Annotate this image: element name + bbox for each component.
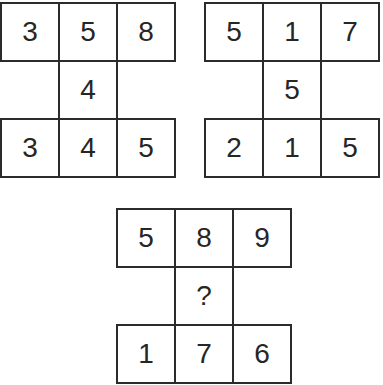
figure-2-top-cell-2: 1 <box>262 2 322 62</box>
figure-1-top-cell-3: 8 <box>116 2 176 62</box>
figure-3-bottom-cell-2: 7 <box>174 324 234 384</box>
figure-3-top-cell-1: 5 <box>116 208 176 268</box>
figure-2-bottom-cell-3: 5 <box>320 118 380 178</box>
figure-3: 5 8 9 ? 1 7 6 <box>116 208 292 384</box>
figure-2: 5 1 7 5 2 1 5 <box>204 2 380 178</box>
figure-1: 3 5 8 4 3 4 5 <box>0 2 176 178</box>
figure-3-bottom-cell-1: 1 <box>116 324 176 384</box>
figure-3-top-cell-2: 8 <box>174 208 234 268</box>
puzzle-board: 3 5 8 4 3 4 5 5 1 7 5 2 1 5 5 8 9 ? 1 7 … <box>0 0 383 385</box>
figure-2-bottom-cell-1: 2 <box>204 118 264 178</box>
figure-2-top-cell-1: 5 <box>204 2 264 62</box>
figure-2-top-cell-3: 7 <box>320 2 380 62</box>
figure-1-top-cell-2: 5 <box>58 2 118 62</box>
figure-3-question-cell: ? <box>174 266 234 326</box>
figure-3-bottom-cell-3: 6 <box>232 324 292 384</box>
figure-1-bottom-cell-1: 3 <box>0 118 60 178</box>
figure-1-bottom-cell-2: 4 <box>58 118 118 178</box>
figure-1-middle-cell: 4 <box>58 60 118 120</box>
figure-1-bottom-cell-3: 5 <box>116 118 176 178</box>
figure-3-top-cell-3: 9 <box>232 208 292 268</box>
figure-2-middle-cell: 5 <box>262 60 322 120</box>
figure-2-bottom-cell-2: 1 <box>262 118 322 178</box>
figure-1-top-cell-1: 3 <box>0 2 60 62</box>
